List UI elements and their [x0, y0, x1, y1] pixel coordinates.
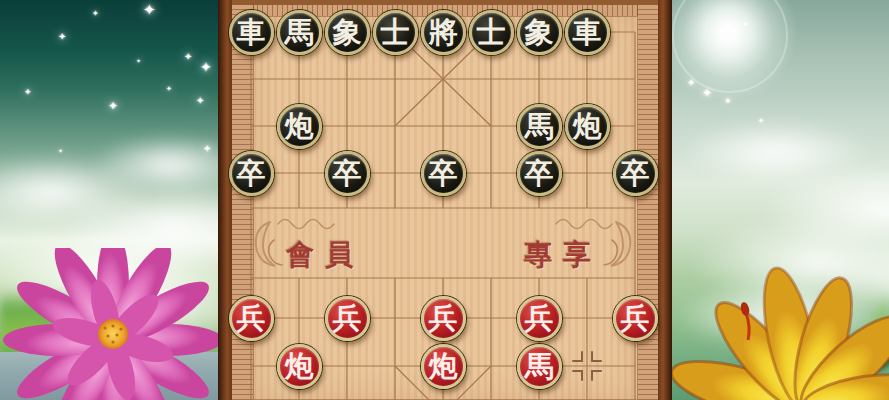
lily-flower	[660, 265, 889, 400]
piece-black-soldier[interactable]: 卒	[229, 151, 274, 196]
lotus-flower	[0, 248, 225, 400]
sparkle-icon: ✦	[184, 52, 192, 62]
piece-black-advisor[interactable]: 士	[469, 10, 514, 55]
sparkle-icon: ✦	[24, 88, 32, 97]
piece-red-soldier[interactable]: 兵	[421, 296, 466, 341]
sparkle-icon: ✦	[687, 78, 695, 88]
sparkle-icon: ✦	[58, 32, 66, 42]
sparkle-icon: ✦	[196, 96, 204, 106]
sparkle-icon: ✦	[702, 87, 712, 99]
piece-black-soldier[interactable]: 卒	[517, 151, 562, 196]
piece-black-elephant[interactable]: 象	[517, 10, 562, 55]
piece-black-general[interactable]: 將	[421, 10, 466, 55]
piece-red-soldier[interactable]: 兵	[325, 296, 370, 341]
sparkle-icon: ✦	[203, 144, 211, 154]
piece-black-chariot[interactable]: 車	[229, 10, 274, 55]
piece-black-cannon[interactable]: 炮	[277, 104, 322, 149]
sparkle-icon: ✦	[758, 117, 764, 124]
piece-black-soldier[interactable]: 卒	[421, 151, 466, 196]
piece-black-advisor[interactable]: 士	[373, 10, 418, 55]
sparkle-icon: ✦	[742, 21, 749, 29]
piece-black-soldier[interactable]: 卒	[325, 151, 370, 196]
piece-black-horse[interactable]: 馬	[277, 10, 322, 55]
piece-black-chariot[interactable]: 車	[565, 10, 610, 55]
sparkle-icon: ✦	[136, 58, 141, 64]
piece-black-elephant[interactable]: 象	[325, 10, 370, 55]
background-left: ✦ ✦ ✦ ✦ ✦ ✦ ✦ ✦ ✦ ✦ ✦ ✦	[0, 0, 220, 400]
piece-red-cannon[interactable]: 炮	[421, 344, 466, 389]
game-screen: ✦ ✦ ✦ ✦ ✦ ✦ ✦ ✦ ✦ ✦ ✦ ✦ ✦ ✦ ✦ ✦ ✦	[0, 0, 889, 400]
sparkle-icon: ✦	[200, 60, 212, 74]
piece-red-soldier[interactable]: 兵	[517, 296, 562, 341]
sparkle-icon: ✦	[108, 100, 118, 112]
piece-red-soldier[interactable]: 兵	[613, 296, 658, 341]
sparkle-icon: ✦	[724, 97, 732, 106]
river-banner-right: 專享	[524, 236, 602, 274]
sparkle-icon: ✦	[92, 10, 99, 18]
sparkle-icon: ✦	[58, 148, 63, 154]
xiangqi-board[interactable]: 會員 專享 車馬象士將士象車炮馬炮卒卒卒卒卒兵兵兵兵兵炮炮馬	[218, 0, 672, 400]
piece-black-horse[interactable]: 馬	[517, 104, 562, 149]
piece-red-soldier[interactable]: 兵	[229, 296, 274, 341]
piece-black-cannon[interactable]: 炮	[565, 104, 610, 149]
sparkle-icon: ✦	[166, 85, 172, 92]
piece-red-cannon[interactable]: 炮	[277, 344, 322, 389]
sparkle-icon: ✦	[143, 2, 156, 17]
piece-black-soldier[interactable]: 卒	[613, 151, 658, 196]
river-banner-left: 會員	[286, 236, 364, 274]
piece-red-horse[interactable]: 馬	[517, 344, 562, 389]
